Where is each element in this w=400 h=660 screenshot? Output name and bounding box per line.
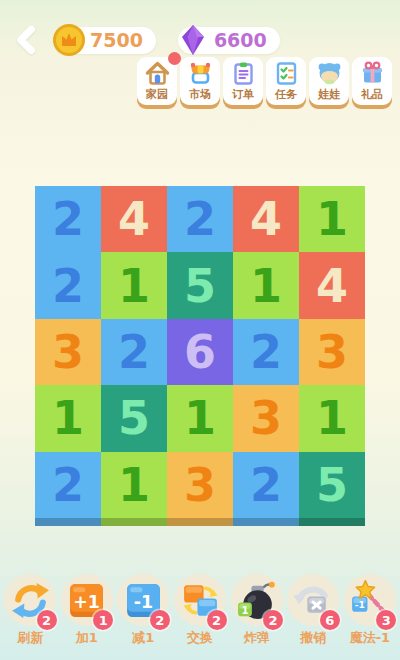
tile-r5c3[interactable]: 3 [167, 452, 233, 518]
menu-item-home[interactable]: 家园 [137, 57, 177, 105]
menu-item-label: 家园 [146, 87, 168, 102]
tile-r5c1[interactable]: 2 [35, 452, 101, 518]
tool-label: 刷新 [17, 629, 43, 647]
tile-r1c3[interactable]: 2 [167, 186, 233, 252]
coin-amount: 7500 [90, 29, 143, 51]
home-icon [144, 60, 171, 87]
tile-r4c5[interactable]: 1 [299, 385, 365, 451]
svg-text:-1: -1 [355, 599, 365, 610]
tile-r4c4[interactable]: 3 [233, 385, 299, 451]
notification-dot [168, 52, 181, 65]
svg-text:-1: -1 [134, 591, 153, 611]
tool-bomb[interactable]: 12炸弹 [230, 574, 283, 647]
gem-icon [176, 23, 210, 57]
tool-label: 交换 [187, 629, 213, 647]
count-badge: 2 [150, 610, 170, 630]
tile-r2c2[interactable]: 1 [101, 252, 167, 318]
tile-r1c2[interactable]: 4 [101, 186, 167, 252]
board-edge-strip [167, 518, 233, 526]
count-badge: 1 [93, 610, 113, 630]
board-bottom-edge [35, 518, 365, 526]
menu-item-doll[interactable]: 娃娃 [309, 57, 349, 105]
top-bar: 7500 6600 [12, 25, 280, 55]
svg-text:+1: +1 [73, 591, 100, 611]
tile-r3c3[interactable]: 6 [167, 319, 233, 385]
gift-icon [359, 60, 386, 87]
menu-item-label: 订单 [232, 87, 254, 102]
menu-item-tasks[interactable]: 任务 [266, 57, 306, 105]
menu-item-label: 娃娃 [318, 87, 340, 102]
menu-item-label: 任务 [275, 87, 297, 102]
tool-plus-one[interactable]: +11加1 [60, 574, 113, 647]
doll-icon [316, 60, 343, 87]
count-badge: 2 [263, 610, 283, 630]
menu-item-label: 市场 [189, 87, 211, 102]
tile-r3c2[interactable]: 2 [101, 319, 167, 385]
count-badge: 2 [207, 610, 227, 630]
menu-item-order[interactable]: 订单 [223, 57, 263, 105]
coin-balance: 7500 [54, 27, 156, 54]
tool-label: 魔法-1 [350, 629, 390, 647]
tile-r2c5[interactable]: 4 [299, 252, 365, 318]
gem-amount: 6600 [214, 29, 267, 51]
tile-r4c2[interactable]: 5 [101, 385, 167, 451]
tool-label: 炸弹 [244, 629, 270, 647]
count-badge: 2 [37, 610, 57, 630]
order-icon [230, 60, 257, 87]
tool-undo[interactable]: 6撤销 [287, 574, 340, 647]
tile-r1c4[interactable]: 4 [233, 186, 299, 252]
count-badge: 3 [376, 610, 396, 630]
tile-r5c2[interactable]: 1 [101, 452, 167, 518]
board: 2424121514326231513121325 [35, 186, 365, 518]
game-screen: 7500 6600 家园市场订单任务娃娃礼品 24241215143262315… [0, 0, 400, 660]
tile-r4c3[interactable]: 1 [167, 385, 233, 451]
tile-r1c1[interactable]: 2 [35, 186, 101, 252]
menu-bar: 家园市场订单任务娃娃礼品 [137, 57, 392, 105]
tile-r2c1[interactable]: 2 [35, 252, 101, 318]
board-edge-strip [101, 518, 167, 526]
back-chevron-icon [12, 40, 40, 59]
menu-item-label: 礼品 [361, 87, 383, 102]
tile-r2c4[interactable]: 1 [233, 252, 299, 318]
tile-r2c3[interactable]: 5 [167, 252, 233, 318]
tile-r3c4[interactable]: 2 [233, 319, 299, 385]
tile-r1c5[interactable]: 1 [299, 186, 365, 252]
tasks-icon [273, 60, 300, 87]
board-edge-strip [35, 518, 101, 526]
tile-r3c5[interactable]: 3 [299, 319, 365, 385]
tile-r5c4[interactable]: 2 [233, 452, 299, 518]
tool-minus-one[interactable]: -12减1 [117, 574, 170, 647]
tile-r4c1[interactable]: 1 [35, 385, 101, 451]
coin-icon [52, 23, 86, 57]
tool-refresh[interactable]: 2刷新 [4, 574, 57, 647]
tile-r5c5[interactable]: 5 [299, 452, 365, 518]
back-button[interactable] [12, 25, 40, 55]
count-badge: 6 [320, 610, 340, 630]
menu-item-gift[interactable]: 礼品 [352, 57, 392, 105]
gem-balance: 6600 [178, 27, 280, 54]
tile-r3c1[interactable]: 3 [35, 319, 101, 385]
svg-text:1: 1 [242, 604, 249, 615]
tool-swap[interactable]: 2交换 [174, 574, 227, 647]
tool-magic[interactable]: -13魔法-1 [343, 574, 396, 647]
menu-item-market[interactable]: 市场 [180, 57, 220, 105]
board-edge-strip [233, 518, 299, 526]
tool-label: 加1 [76, 629, 98, 647]
board-edge-strip [299, 518, 365, 526]
market-icon [187, 60, 214, 87]
powerup-toolbar: 2刷新+11加1-12减12交换12炸弹6撤销-13魔法-1 [0, 574, 400, 647]
tool-label: 撤销 [300, 629, 326, 647]
tool-label: 减1 [132, 629, 154, 647]
